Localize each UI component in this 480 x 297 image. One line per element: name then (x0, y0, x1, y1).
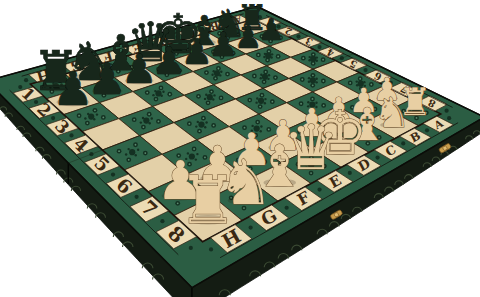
square-ornament-petal (142, 117, 144, 119)
border-ornament (317, 187, 321, 191)
square-ornament-petal (127, 148, 129, 150)
square-ornament-dot (213, 125, 215, 127)
square-ornament-petal (270, 56, 272, 58)
border-ornament (445, 109, 449, 113)
border-ornament (348, 171, 352, 175)
square-ornament-dot (312, 84, 314, 86)
square-ornament-petal (93, 118, 95, 120)
square-ornament-dot (312, 74, 314, 76)
piece-light-rook-h8[interactable]: ♜ (178, 162, 237, 239)
square-ornament-dot (160, 87, 162, 89)
square-ornament-dot (207, 102, 209, 104)
border-ornament (447, 116, 451, 120)
square-ornament-petal (137, 149, 139, 151)
square-ornament-petal (264, 98, 266, 100)
square-ornament-center (129, 149, 135, 155)
border-ornament (249, 226, 253, 230)
square-ornament-dot (128, 159, 130, 161)
square-ornament-dot (215, 77, 217, 79)
square-ornament-center (198, 121, 204, 127)
border-ornament (363, 68, 367, 72)
piece-dark-pawn-h2[interactable]: ♟ (52, 62, 94, 116)
square-ornament-dot (249, 99, 251, 101)
square-ornament-petal (204, 126, 206, 128)
square-ornament-dot (259, 106, 261, 108)
square-ornament-dot (211, 91, 213, 93)
square-ornament-petal (260, 77, 262, 79)
square-ornament-petal (195, 125, 197, 127)
border-ornament (285, 206, 289, 210)
border-ornament (209, 247, 213, 251)
square-ornament-petal (271, 53, 273, 55)
square-ornament-petal (219, 74, 221, 76)
square-ornament-petal (204, 98, 206, 100)
border-ornament (425, 128, 429, 132)
square-ornament-petal (308, 59, 310, 61)
square-ornament-dot (218, 68, 220, 70)
square-ornament-petal (197, 121, 199, 123)
square-ornament-petal (84, 117, 86, 119)
square-ornament-petal (205, 94, 207, 96)
square-ornament-dot (359, 78, 361, 80)
square-ornament-petal (267, 78, 269, 80)
square-ornament-dot (267, 59, 269, 61)
square-ornament-dot (275, 77, 277, 79)
border-ornament (69, 133, 73, 137)
square-ornament-dot (94, 109, 96, 111)
square-ornament-petal (315, 81, 317, 83)
chess-board-scene: 112233445566778812345678AABBCCDDEEFFGGHH… (0, 0, 480, 297)
square-ornament-center (207, 94, 213, 100)
square-ornament-dot (203, 117, 205, 119)
square-ornament-center (143, 117, 149, 123)
border-ornament (375, 156, 379, 160)
square-ornament-dot (155, 98, 157, 100)
square-ornament-dot (220, 97, 222, 99)
square-ornament-petal (263, 56, 265, 58)
square-ornament-petal (315, 78, 317, 80)
square-ornament-dot (169, 93, 171, 95)
square-ornament-petal (264, 102, 266, 104)
square-ornament-dot (312, 54, 314, 56)
square-ornament-dot (102, 117, 104, 119)
square-ornament-dot (135, 144, 137, 146)
square-ornament-center (258, 98, 264, 104)
square-ornament-dot (263, 81, 265, 83)
square-ornament-center (265, 53, 271, 59)
border-ornament (51, 116, 55, 120)
square-ornament-dot (302, 57, 304, 59)
square-ornament-petal (308, 77, 310, 79)
chess-set-photo: Handcrafted Polish folding wooden chess … (0, 0, 480, 297)
border-ornament (317, 45, 321, 49)
square-ornament-petal (213, 94, 215, 96)
square-ornament-dot (268, 50, 270, 52)
square-ornament-petal (162, 91, 164, 93)
square-ornament-petal (316, 60, 318, 62)
square-ornament-petal (268, 74, 270, 76)
square-ornament-dot (301, 79, 303, 81)
square-ornament-dot (265, 71, 267, 73)
border-ornament (24, 78, 28, 82)
square-ornament-petal (308, 81, 310, 83)
square-ornament-petal (211, 74, 213, 76)
square-ornament-dot (271, 101, 273, 103)
square-ornament-petal (256, 97, 258, 99)
border-ornament (160, 219, 164, 223)
square-ornament-petal (308, 56, 310, 58)
square-ornament-center (310, 77, 316, 83)
square-ornament-dot (118, 150, 120, 152)
square-ornament-dot (148, 113, 150, 115)
square-ornament-dot (143, 126, 145, 128)
border-ornament (296, 34, 300, 38)
square-ornament-dot (322, 80, 324, 82)
square-ornament-petal (149, 122, 151, 124)
square-ornament-petal (264, 53, 266, 55)
square-ornament-petal (260, 74, 262, 76)
square-ornament-petal (255, 101, 257, 103)
border-ornament (111, 172, 115, 176)
square-ornament-petal (316, 56, 318, 58)
square-ornament-petal (205, 121, 207, 123)
border-ornament (18, 85, 22, 89)
square-ornament-center (262, 74, 268, 80)
square-ornament-dot (312, 62, 314, 64)
square-ornament-dot (133, 119, 135, 121)
square-ornament-petal (140, 121, 142, 123)
square-ornament-petal (96, 113, 98, 115)
square-ornament-dot (253, 75, 255, 77)
square-ornament-petal (220, 71, 222, 73)
square-ornament-petal (125, 153, 127, 155)
square-ornament-dot (144, 152, 146, 154)
square-ornament-dot (199, 130, 201, 132)
square-ornament-dot (277, 55, 279, 57)
square-ornament-dot (158, 121, 160, 123)
square-ornament-dot (198, 95, 200, 97)
border-ornament (135, 195, 139, 199)
square-ornament-petal (161, 95, 163, 97)
square-ornament-center (310, 56, 316, 62)
square-ornament-dot (322, 59, 324, 61)
square-ornament-petal (135, 154, 137, 156)
square-ornament-dot (188, 123, 190, 125)
square-ornament-petal (212, 98, 214, 100)
square-ornament-dot (261, 94, 263, 96)
square-ornament-petal (152, 94, 154, 96)
square-ornament-dot (227, 73, 229, 75)
square-ornament-dot (86, 122, 88, 124)
border-ornament (189, 246, 193, 250)
square-ornament-petal (151, 117, 153, 119)
border-ornament (401, 141, 405, 145)
